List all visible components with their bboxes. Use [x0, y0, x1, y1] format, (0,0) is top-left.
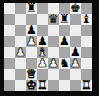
square-c6[interactable]: ♟ — [26, 25, 37, 36]
white-bishop: ♝ — [37, 47, 48, 58]
square-f2[interactable] — [59, 69, 70, 80]
square-d7[interactable] — [37, 14, 48, 25]
square-b6[interactable] — [15, 25, 26, 36]
square-f4[interactable] — [59, 47, 70, 58]
square-f5[interactable]: ♟ — [59, 36, 70, 47]
square-a4[interactable] — [4, 47, 15, 58]
square-c1[interactable]: ♚ — [26, 80, 37, 91]
square-b5[interactable] — [15, 36, 26, 47]
square-e8[interactable] — [48, 3, 59, 14]
square-c3[interactable] — [26, 58, 37, 69]
square-e2[interactable] — [48, 69, 59, 80]
square-d8[interactable] — [37, 3, 48, 14]
square-a3[interactable] — [4, 58, 15, 69]
square-b3[interactable] — [15, 58, 26, 69]
black-knight: ♞ — [59, 58, 70, 69]
chess-board: ♜♚♛♜♝♟♟♟♟♟♝♟♟♟♞♟♛♚♜♜ — [4, 3, 92, 91]
square-e1[interactable] — [48, 80, 59, 91]
square-e4[interactable] — [48, 47, 59, 58]
black-rook: ♜ — [59, 14, 70, 25]
square-g5[interactable] — [70, 36, 81, 47]
square-f6[interactable] — [59, 25, 70, 36]
square-a2[interactable] — [4, 69, 15, 80]
square-f1[interactable] — [59, 80, 70, 91]
square-g1[interactable] — [70, 80, 81, 91]
square-g4[interactable]: ♟ — [70, 47, 81, 58]
square-h8[interactable] — [81, 3, 92, 14]
black-bishop: ♝ — [81, 14, 92, 25]
square-h2[interactable] — [81, 69, 92, 80]
square-h5[interactable] — [81, 36, 92, 47]
square-a1[interactable] — [4, 80, 15, 91]
square-h3[interactable] — [81, 58, 92, 69]
square-d5[interactable]: ♟ — [37, 36, 48, 47]
square-d6[interactable] — [37, 25, 48, 36]
square-e6[interactable] — [48, 25, 59, 36]
square-f7[interactable]: ♜ — [59, 14, 70, 25]
square-c8[interactable]: ♜ — [26, 3, 37, 14]
black-pawn: ♟ — [59, 36, 70, 47]
white-pawn: ♟ — [15, 47, 26, 58]
square-f3[interactable]: ♞ — [59, 58, 70, 69]
square-h1[interactable]: ♜ — [81, 80, 92, 91]
white-pawn: ♟ — [26, 36, 37, 47]
square-c5[interactable]: ♟ — [26, 36, 37, 47]
square-g6[interactable] — [70, 25, 81, 36]
square-a8[interactable] — [4, 3, 15, 14]
square-d4[interactable]: ♝ — [37, 47, 48, 58]
square-c7[interactable] — [26, 14, 37, 25]
board-frame: ♜♚♛♜♝♟♟♟♟♟♝♟♟♟♞♟♛♚♜♜ — [0, 0, 99, 96]
square-e7[interactable]: ♛ — [48, 14, 59, 25]
square-d1[interactable]: ♜ — [37, 80, 48, 91]
white-queen: ♛ — [26, 69, 37, 80]
white-rook: ♜ — [37, 80, 48, 91]
square-a5[interactable] — [4, 36, 15, 47]
black-pawn: ♟ — [37, 36, 48, 47]
black-pawn: ♟ — [26, 25, 37, 36]
square-b7[interactable] — [15, 14, 26, 25]
square-e5[interactable] — [48, 36, 59, 47]
square-a6[interactable] — [4, 25, 15, 36]
white-pawn: ♟ — [37, 58, 48, 69]
square-b8[interactable] — [15, 3, 26, 14]
black-pawn: ♟ — [70, 47, 81, 58]
square-g8[interactable]: ♚ — [70, 3, 81, 14]
square-c2[interactable]: ♛ — [26, 69, 37, 80]
square-h4[interactable] — [81, 47, 92, 58]
square-e3[interactable]: ♟ — [48, 58, 59, 69]
white-pawn: ♟ — [48, 58, 59, 69]
square-g7[interactable] — [70, 14, 81, 25]
black-rook: ♜ — [26, 3, 37, 14]
square-b1[interactable] — [15, 80, 26, 91]
square-d3[interactable]: ♟ — [37, 58, 48, 69]
white-pawn: ♟ — [70, 58, 81, 69]
square-g3[interactable]: ♟ — [70, 58, 81, 69]
square-b4[interactable]: ♟ — [15, 47, 26, 58]
square-c4[interactable] — [26, 47, 37, 58]
square-g2[interactable] — [70, 69, 81, 80]
square-h7[interactable]: ♝ — [81, 14, 92, 25]
white-king: ♚ — [26, 80, 37, 91]
black-king: ♚ — [70, 3, 81, 14]
square-a7[interactable] — [4, 14, 15, 25]
black-queen: ♛ — [48, 14, 59, 25]
square-h6[interactable] — [81, 25, 92, 36]
square-b2[interactable] — [15, 69, 26, 80]
white-rook: ♜ — [81, 80, 92, 91]
square-d2[interactable] — [37, 69, 48, 80]
square-f8[interactable] — [59, 3, 70, 14]
